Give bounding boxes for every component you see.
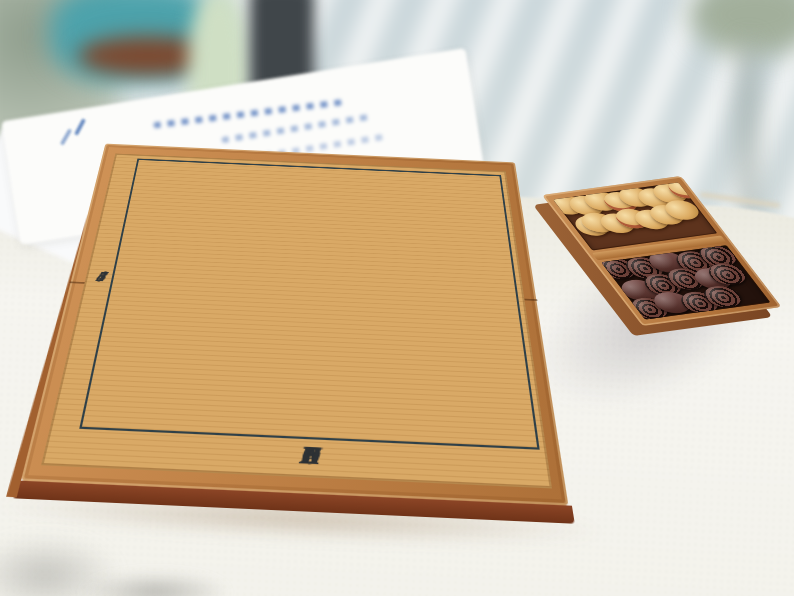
board-frame: 87654321 ABCDEF6H: [21, 144, 569, 506]
board-grid: [79, 159, 539, 450]
board-face: 87654321 ABCDEF6H: [41, 153, 552, 488]
file-label-h: H: [298, 444, 320, 467]
board-game-photo: 87654321 ABCDEF6H: [0, 0, 794, 596]
chess-board: 87654321 ABCDEF6H: [21, 144, 569, 506]
folding-seam: [523, 299, 537, 301]
